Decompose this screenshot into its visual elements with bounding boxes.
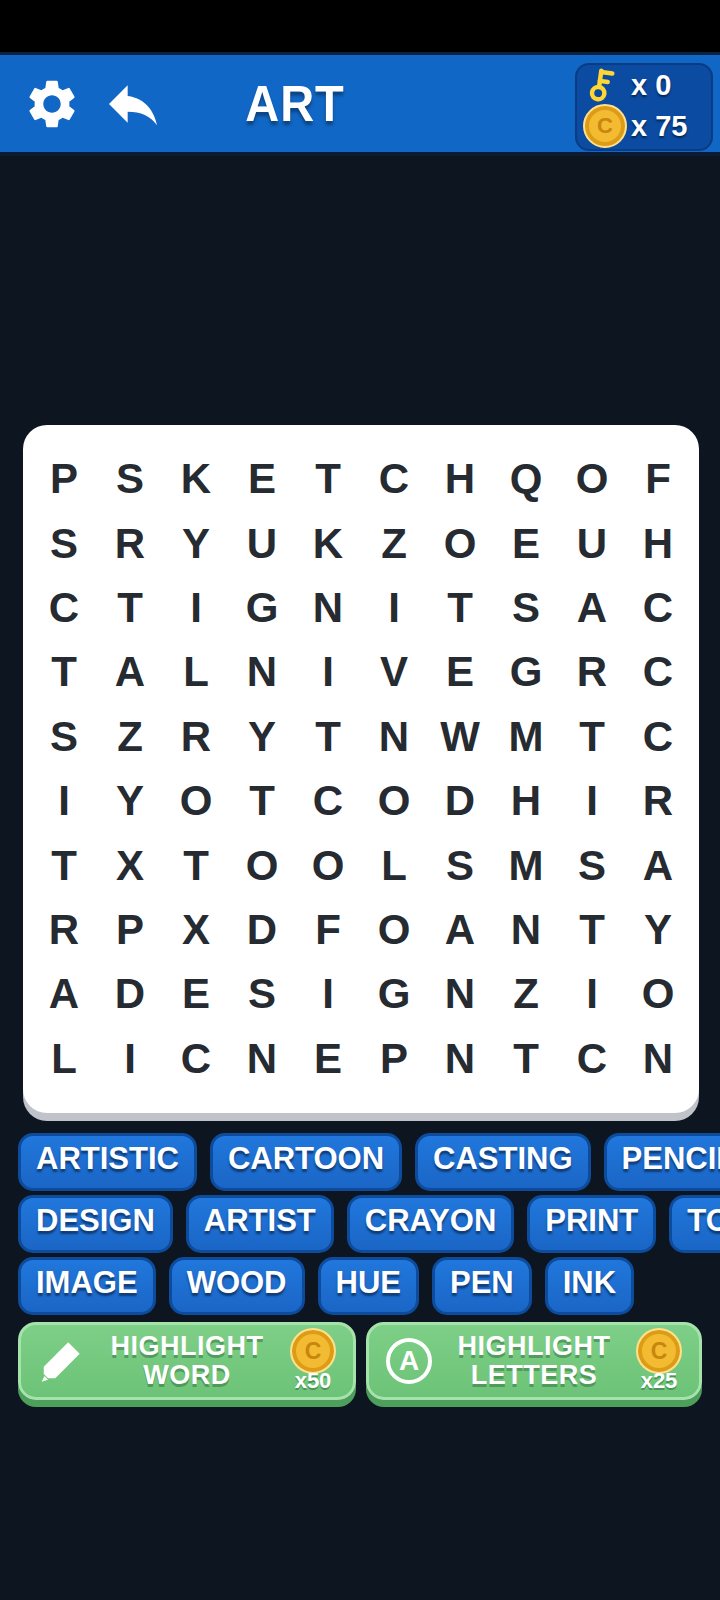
grid-cell-r4c8[interactable]: G bbox=[493, 640, 559, 704]
grid-cell-r9c3[interactable]: E bbox=[163, 962, 229, 1026]
grid-cell-r5c10[interactable]: C bbox=[625, 705, 691, 769]
grid-cell-r2c6[interactable]: Z bbox=[361, 511, 427, 575]
grid-cell-r8c7[interactable]: A bbox=[427, 898, 493, 962]
highlight-letters-line2: LETTERS bbox=[471, 1359, 598, 1391]
grid-cell-r2c2[interactable]: R bbox=[97, 511, 163, 575]
grid-cell-r5c8[interactable]: M bbox=[493, 705, 559, 769]
highlight-word-label: HIGHLIGHT WORD bbox=[89, 1332, 285, 1390]
grid-cell-r10c6[interactable]: P bbox=[361, 1027, 427, 1091]
grid-cell-r6c9[interactable]: I bbox=[559, 769, 625, 833]
grid-cell-r8c9[interactable]: T bbox=[559, 898, 625, 962]
grid-cell-r5c3[interactable]: R bbox=[163, 705, 229, 769]
grid-cell-r6c3[interactable]: O bbox=[163, 769, 229, 833]
word-chip-wood: WOOD bbox=[169, 1257, 305, 1315]
word-chip-design: DESIGN bbox=[18, 1195, 173, 1253]
grid-cell-r10c8[interactable]: T bbox=[493, 1027, 559, 1091]
word-list-row-2: DESIGNARTISTCRAYONPRINTTOOLS bbox=[0, 1195, 720, 1253]
grid-cell-r7c10[interactable]: A bbox=[625, 833, 691, 897]
grid-cell-r6c6[interactable]: O bbox=[361, 769, 427, 833]
highlight-word-line1: HIGHLIGHT bbox=[111, 1330, 264, 1362]
grid-cell-r2c8[interactable]: E bbox=[493, 511, 559, 575]
highlight-word-price: x50 bbox=[295, 1368, 332, 1394]
grid-cell-r1c1[interactable]: P bbox=[31, 447, 97, 511]
grid-cell-r5c2[interactable]: Z bbox=[97, 705, 163, 769]
grid-cell-r1c7[interactable]: H bbox=[427, 447, 493, 511]
word-chip-image: IMAGE bbox=[18, 1257, 156, 1315]
grid-cell-r3c1[interactable]: C bbox=[31, 576, 97, 640]
grid-cell-r8c4[interactable]: D bbox=[229, 898, 295, 962]
grid-cell-r1c10[interactable]: F bbox=[625, 447, 691, 511]
grid-cell-r9c9[interactable]: I bbox=[559, 962, 625, 1026]
grid-cell-r2c5[interactable]: K bbox=[295, 511, 361, 575]
grid-cell-r2c3[interactable]: Y bbox=[163, 511, 229, 575]
grid-cell-r10c9[interactable]: C bbox=[559, 1027, 625, 1091]
grid-cell-r1c9[interactable]: O bbox=[559, 447, 625, 511]
grid-cell-r4c2[interactable]: A bbox=[97, 640, 163, 704]
grid-cell-r9c2[interactable]: D bbox=[97, 962, 163, 1026]
coin-icon: C bbox=[583, 104, 627, 148]
highlight-word-button[interactable]: HIGHLIGHT WORD C x50 bbox=[18, 1322, 356, 1400]
grid-cell-r9c4[interactable]: S bbox=[229, 962, 295, 1026]
word-chip-tools: TOOLS bbox=[669, 1195, 720, 1253]
grid-cell-r5c1[interactable]: S bbox=[31, 705, 97, 769]
grid-cell-r9c8[interactable]: Z bbox=[493, 962, 559, 1026]
highlight-letters-line1: HIGHLIGHT bbox=[458, 1330, 611, 1362]
grid-cell-r1c2[interactable]: S bbox=[97, 447, 163, 511]
highlight-letters-price: x25 bbox=[641, 1368, 678, 1394]
highlight-word-cost: C x50 bbox=[285, 1328, 341, 1394]
grid-cell-r8c2[interactable]: P bbox=[97, 898, 163, 962]
grid-cell-r4c5[interactable]: I bbox=[295, 640, 361, 704]
currency-counter[interactable]: x 0 C x 75 bbox=[575, 63, 713, 151]
grid-cell-r6c4[interactable]: T bbox=[229, 769, 295, 833]
grid-cell-r10c2[interactable]: I bbox=[97, 1027, 163, 1091]
word-chip-print: PRINT bbox=[527, 1195, 656, 1253]
grid-cell-r4c3[interactable]: L bbox=[163, 640, 229, 704]
grid-cell-r8c1[interactable]: R bbox=[31, 898, 97, 962]
letter-grid[interactable]: PSKETCHQOFSRYUKZOEUHCTIGNITSACTALNIVEGRC… bbox=[31, 447, 691, 1091]
grid-cell-r5c9[interactable]: T bbox=[559, 705, 625, 769]
grid-cell-r7c3[interactable]: T bbox=[163, 833, 229, 897]
grid-cell-r3c9[interactable]: A bbox=[559, 576, 625, 640]
grid-cell-r4c10[interactable]: C bbox=[625, 640, 691, 704]
grid-cell-r8c8[interactable]: N bbox=[493, 898, 559, 962]
grid-cell-r1c5[interactable]: T bbox=[295, 447, 361, 511]
coins-count: x 75 bbox=[631, 110, 687, 143]
coin-letter: C bbox=[651, 1338, 668, 1365]
highlighter-marker-icon bbox=[33, 1338, 89, 1384]
grid-cell-r10c7[interactable]: N bbox=[427, 1027, 493, 1091]
grid-cell-r7c7[interactable]: S bbox=[427, 833, 493, 897]
grid-cell-r6c8[interactable]: H bbox=[493, 769, 559, 833]
header-bar: ART x 0 C bbox=[0, 52, 720, 156]
puzzle-card: PSKETCHQOFSRYUKZOEUHCTIGNITSACTALNIVEGRC… bbox=[23, 425, 699, 1113]
grid-cell-r10c5[interactable]: E bbox=[295, 1027, 361, 1091]
grid-cell-r5c4[interactable]: Y bbox=[229, 705, 295, 769]
grid-cell-r7c6[interactable]: L bbox=[361, 833, 427, 897]
grid-cell-r2c10[interactable]: H bbox=[625, 511, 691, 575]
grid-cell-r7c5[interactable]: O bbox=[295, 833, 361, 897]
grid-cell-r7c8[interactable]: M bbox=[493, 833, 559, 897]
grid-cell-r2c7[interactable]: O bbox=[427, 511, 493, 575]
grid-cell-r8c5[interactable]: F bbox=[295, 898, 361, 962]
grid-cell-r8c3[interactable]: X bbox=[163, 898, 229, 962]
word-chip-crayon: CRAYON bbox=[347, 1195, 515, 1253]
grid-cell-r7c9[interactable]: S bbox=[559, 833, 625, 897]
word-chip-hue: HUE bbox=[318, 1257, 419, 1315]
grid-cell-r7c4[interactable]: O bbox=[229, 833, 295, 897]
grid-cell-r5c6[interactable]: N bbox=[361, 705, 427, 769]
grid-cell-r6c1[interactable]: I bbox=[31, 769, 97, 833]
grid-cell-r9c10[interactable]: O bbox=[625, 962, 691, 1026]
word-chip-artist: ARTIST bbox=[186, 1195, 334, 1253]
grid-cell-r4c1[interactable]: T bbox=[31, 640, 97, 704]
word-chip-pen: PEN bbox=[432, 1257, 532, 1315]
grid-cell-r3c5[interactable]: N bbox=[295, 576, 361, 640]
grid-cell-r6c2[interactable]: Y bbox=[97, 769, 163, 833]
grid-cell-r8c10[interactable]: Y bbox=[625, 898, 691, 962]
word-chip-ink: INK bbox=[545, 1257, 634, 1315]
grid-cell-r6c10[interactable]: R bbox=[625, 769, 691, 833]
grid-cell-r7c2[interactable]: X bbox=[97, 833, 163, 897]
grid-cell-r8c6[interactable]: O bbox=[361, 898, 427, 962]
word-chip-casting: CASTING bbox=[415, 1133, 591, 1191]
word-chip-pencil: PENCIL bbox=[604, 1133, 720, 1191]
word-list-row-1: ARTISTICCARTOONCASTINGPENCIL bbox=[0, 1133, 720, 1191]
grid-cell-r10c10[interactable]: N bbox=[625, 1027, 691, 1091]
grid-cell-r4c6[interactable]: V bbox=[361, 640, 427, 704]
grid-cell-r1c8[interactable]: Q bbox=[493, 447, 559, 511]
grid-cell-r1c6[interactable]: C bbox=[361, 447, 427, 511]
status-bar bbox=[0, 0, 720, 52]
grid-cell-r4c9[interactable]: R bbox=[559, 640, 625, 704]
grid-cell-r4c4[interactable]: N bbox=[229, 640, 295, 704]
grid-cell-r3c10[interactable]: C bbox=[625, 576, 691, 640]
highlight-word-line2: WORD bbox=[143, 1359, 230, 1391]
word-chip-cartoon: CARTOON bbox=[210, 1133, 402, 1191]
word-chip-artistic: ARTISTIC bbox=[18, 1133, 197, 1191]
grid-cell-r3c7[interactable]: T bbox=[427, 576, 493, 640]
grid-cell-r2c9[interactable]: U bbox=[559, 511, 625, 575]
keys-count: x 0 bbox=[631, 69, 671, 102]
highlight-letters-label: HIGHLIGHT LETTERS bbox=[437, 1332, 631, 1390]
grid-cell-r3c3[interactable]: I bbox=[163, 576, 229, 640]
grid-cell-r10c4[interactable]: N bbox=[229, 1027, 295, 1091]
highlight-letters-cost: C x25 bbox=[631, 1328, 687, 1394]
grid-cell-r9c1[interactable]: A bbox=[31, 962, 97, 1026]
key-icon bbox=[583, 67, 627, 103]
page-title: ART bbox=[0, 51, 590, 156]
coins-counter: C x 75 bbox=[583, 105, 705, 147]
grid-cell-r10c1[interactable]: L bbox=[31, 1027, 97, 1091]
grid-cell-r9c6[interactable]: G bbox=[361, 962, 427, 1026]
grid-cell-r2c4[interactable]: U bbox=[229, 511, 295, 575]
grid-cell-r6c7[interactable]: D bbox=[427, 769, 493, 833]
grid-cell-r5c7[interactable]: W bbox=[427, 705, 493, 769]
grid-cell-r3c2[interactable]: T bbox=[97, 576, 163, 640]
grid-cell-r10c3[interactable]: C bbox=[163, 1027, 229, 1091]
grid-cell-r5c5[interactable]: T bbox=[295, 705, 361, 769]
highlight-letters-button[interactable]: A HIGHLIGHT LETTERS C x25 bbox=[366, 1322, 702, 1400]
grid-cell-r3c6[interactable]: I bbox=[361, 576, 427, 640]
circled-a-letter: A bbox=[399, 1345, 419, 1377]
grid-cell-r7c1[interactable]: T bbox=[31, 833, 97, 897]
grid-cell-r1c4[interactable]: E bbox=[229, 447, 295, 511]
coin-letter: C bbox=[305, 1338, 322, 1365]
keys-counter: x 0 bbox=[583, 67, 705, 103]
coin-letter: C bbox=[597, 113, 613, 139]
grid-cell-r9c5[interactable]: I bbox=[295, 962, 361, 1026]
word-list-row-3: IMAGEWOODHUEPENINK bbox=[0, 1257, 720, 1315]
grid-cell-r3c8[interactable]: S bbox=[493, 576, 559, 640]
app-screen: ART x 0 C bbox=[0, 0, 720, 1600]
circled-a-icon: A bbox=[381, 1338, 437, 1384]
grid-cell-r2c1[interactable]: S bbox=[31, 511, 97, 575]
grid-cell-r4c7[interactable]: E bbox=[427, 640, 493, 704]
grid-cell-r9c7[interactable]: N bbox=[427, 962, 493, 1026]
grid-cell-r6c5[interactable]: C bbox=[295, 769, 361, 833]
grid-cell-r1c3[interactable]: K bbox=[163, 447, 229, 511]
grid-cell-r3c4[interactable]: G bbox=[229, 576, 295, 640]
